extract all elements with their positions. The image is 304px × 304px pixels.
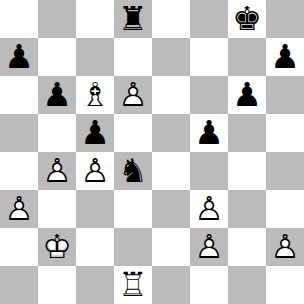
piece-glyph-solid: ♜ xyxy=(114,0,152,38)
square-d3[interactable] xyxy=(114,190,152,228)
piece-black-pawn: ♟ xyxy=(76,114,114,152)
square-e4[interactable] xyxy=(152,152,190,190)
square-d1[interactable]: ♜♖ xyxy=(114,266,152,304)
square-h6[interactable] xyxy=(266,76,304,114)
piece-glyph-outline: ♔ xyxy=(38,228,76,266)
square-b5[interactable] xyxy=(38,114,76,152)
chess-board: ♜♚♟♟♟♝♗♟♙♟♟♟♟♙♟♙♞♟♙♟♙♚♔♟♙♟♙♜♖ xyxy=(0,0,304,304)
square-a6[interactable] xyxy=(0,76,38,114)
piece-glyph-outline: ♙ xyxy=(190,228,228,266)
piece-glyph-solid: ♟ xyxy=(38,76,76,114)
piece-glyph-outline: ♙ xyxy=(190,190,228,228)
square-e2[interactable] xyxy=(152,228,190,266)
square-a8[interactable] xyxy=(0,0,38,38)
square-f6[interactable] xyxy=(190,76,228,114)
square-a3[interactable]: ♟♙ xyxy=(0,190,38,228)
piece-black-pawn: ♟ xyxy=(266,38,304,76)
piece-white-rook: ♜♖ xyxy=(114,266,152,304)
square-a5[interactable] xyxy=(0,114,38,152)
square-g4[interactable] xyxy=(228,152,266,190)
square-d2[interactable] xyxy=(114,228,152,266)
square-b2[interactable]: ♚♔ xyxy=(38,228,76,266)
piece-white-pawn: ♟♙ xyxy=(190,190,228,228)
piece-glyph-outline: ♙ xyxy=(266,228,304,266)
square-b3[interactable] xyxy=(38,190,76,228)
piece-white-pawn: ♟♙ xyxy=(266,228,304,266)
square-a1[interactable] xyxy=(0,266,38,304)
square-e1[interactable] xyxy=(152,266,190,304)
square-d4[interactable]: ♞ xyxy=(114,152,152,190)
square-g1[interactable] xyxy=(228,266,266,304)
piece-glyph-solid: ♟ xyxy=(228,76,266,114)
piece-glyph-outline: ♙ xyxy=(38,152,76,190)
square-f7[interactable] xyxy=(190,38,228,76)
piece-white-pawn: ♟♙ xyxy=(0,190,38,228)
square-f1[interactable] xyxy=(190,266,228,304)
piece-glyph-solid: ♞ xyxy=(114,152,152,190)
chess-diagram: ♜♚♟♟♟♝♗♟♙♟♟♟♟♙♟♙♞♟♙♟♙♚♔♟♙♟♙♜♖ xyxy=(0,0,304,304)
square-c3[interactable] xyxy=(76,190,114,228)
square-h1[interactable] xyxy=(266,266,304,304)
square-c6[interactable]: ♝♗ xyxy=(76,76,114,114)
square-h4[interactable] xyxy=(266,152,304,190)
square-d6[interactable]: ♟♙ xyxy=(114,76,152,114)
square-d8[interactable]: ♜ xyxy=(114,0,152,38)
square-a7[interactable]: ♟ xyxy=(0,38,38,76)
square-h8[interactable] xyxy=(266,0,304,38)
square-c1[interactable] xyxy=(76,266,114,304)
square-f5[interactable]: ♟ xyxy=(190,114,228,152)
piece-glyph-outline: ♖ xyxy=(114,266,152,304)
piece-glyph-outline: ♙ xyxy=(114,76,152,114)
piece-glyph-outline: ♙ xyxy=(0,190,38,228)
piece-black-pawn: ♟ xyxy=(0,38,38,76)
square-f4[interactable] xyxy=(190,152,228,190)
square-d5[interactable] xyxy=(114,114,152,152)
piece-black-pawn: ♟ xyxy=(228,76,266,114)
piece-white-pawn: ♟♙ xyxy=(114,76,152,114)
piece-black-knight: ♞ xyxy=(114,152,152,190)
square-f3[interactable]: ♟♙ xyxy=(190,190,228,228)
piece-black-pawn: ♟ xyxy=(38,76,76,114)
square-c5[interactable]: ♟ xyxy=(76,114,114,152)
square-g7[interactable] xyxy=(228,38,266,76)
piece-white-king: ♚♔ xyxy=(38,228,76,266)
square-f2[interactable]: ♟♙ xyxy=(190,228,228,266)
piece-glyph-solid: ♚ xyxy=(228,0,266,38)
piece-white-pawn: ♟♙ xyxy=(190,228,228,266)
piece-black-rook: ♜ xyxy=(114,0,152,38)
square-e8[interactable] xyxy=(152,0,190,38)
square-g8[interactable]: ♚ xyxy=(228,0,266,38)
square-d7[interactable] xyxy=(114,38,152,76)
square-h5[interactable] xyxy=(266,114,304,152)
square-e5[interactable] xyxy=(152,114,190,152)
square-b6[interactable]: ♟ xyxy=(38,76,76,114)
square-b7[interactable] xyxy=(38,38,76,76)
square-a2[interactable] xyxy=(0,228,38,266)
square-g5[interactable] xyxy=(228,114,266,152)
square-c7[interactable] xyxy=(76,38,114,76)
piece-glyph-outline: ♙ xyxy=(76,152,114,190)
square-c4[interactable]: ♟♙ xyxy=(76,152,114,190)
piece-glyph-solid: ♟ xyxy=(266,38,304,76)
piece-glyph-solid: ♟ xyxy=(190,114,228,152)
piece-black-pawn: ♟ xyxy=(190,114,228,152)
square-e3[interactable] xyxy=(152,190,190,228)
piece-glyph-outline: ♗ xyxy=(76,76,114,114)
piece-white-pawn: ♟♙ xyxy=(76,152,114,190)
square-h2[interactable]: ♟♙ xyxy=(266,228,304,266)
square-g3[interactable] xyxy=(228,190,266,228)
square-f8[interactable] xyxy=(190,0,228,38)
square-g6[interactable]: ♟ xyxy=(228,76,266,114)
square-e6[interactable] xyxy=(152,76,190,114)
piece-white-bishop: ♝♗ xyxy=(76,76,114,114)
square-b4[interactable]: ♟♙ xyxy=(38,152,76,190)
square-g2[interactable] xyxy=(228,228,266,266)
square-b8[interactable] xyxy=(38,0,76,38)
piece-glyph-solid: ♟ xyxy=(76,114,114,152)
piece-black-king: ♚ xyxy=(228,0,266,38)
piece-white-pawn: ♟♙ xyxy=(38,152,76,190)
square-a4[interactable] xyxy=(0,152,38,190)
square-e7[interactable] xyxy=(152,38,190,76)
square-c2[interactable] xyxy=(76,228,114,266)
square-c8[interactable] xyxy=(76,0,114,38)
piece-glyph-solid: ♟ xyxy=(0,38,38,76)
square-h3[interactable] xyxy=(266,190,304,228)
square-h7[interactable]: ♟ xyxy=(266,38,304,76)
square-b1[interactable] xyxy=(38,266,76,304)
